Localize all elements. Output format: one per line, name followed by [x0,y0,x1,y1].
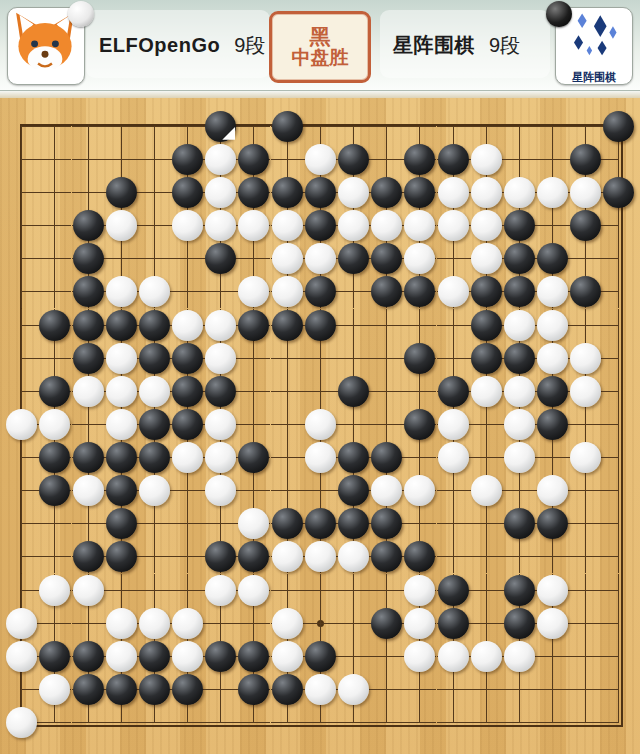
board-cell[interactable] [171,474,204,507]
board-cell[interactable] [437,607,470,640]
board-cell[interactable] [602,375,635,408]
board-cell[interactable] [72,673,105,706]
board-cell[interactable] [569,507,602,540]
board-cell[interactable] [5,176,38,209]
board-cell[interactable] [470,242,503,275]
board-cell[interactable] [602,342,635,375]
board-cell[interactable] [304,540,337,573]
board-cell[interactable] [38,607,71,640]
board-cell[interactable] [403,176,436,209]
board-cell[interactable] [536,242,569,275]
board-cell[interactable] [304,673,337,706]
board-cell[interactable] [337,540,370,573]
board-cell[interactable] [337,242,370,275]
board-cell[interactable] [403,673,436,706]
board-cell[interactable] [536,209,569,242]
board-cell[interactable] [569,110,602,143]
board-cell[interactable] [403,607,436,640]
board-cell[interactable] [569,275,602,308]
board-cell[interactable] [503,607,536,640]
board-cell[interactable] [105,375,138,408]
board-cell[interactable] [503,408,536,441]
board-cell[interactable] [5,143,38,176]
board-cell[interactable] [470,408,503,441]
board-cell[interactable] [38,375,71,408]
board-cell[interactable] [569,375,602,408]
board-cell[interactable] [171,176,204,209]
board-cell[interactable] [304,607,337,640]
board-cell[interactable] [569,540,602,573]
board-cell[interactable] [403,408,436,441]
board-cell[interactable] [72,342,105,375]
board-cell[interactable] [470,275,503,308]
board-cell[interactable] [304,176,337,209]
board-cell[interactable] [470,110,503,143]
board-cell[interactable] [536,540,569,573]
board-cell[interactable] [569,474,602,507]
board-cell[interactable] [403,441,436,474]
board-cell[interactable] [569,706,602,739]
board-cell[interactable] [5,375,38,408]
board-cell[interactable] [602,706,635,739]
board-cell[interactable] [105,209,138,242]
board-cell[interactable] [171,209,204,242]
board-cell[interactable] [105,540,138,573]
board-cell[interactable] [237,574,270,607]
board-cell[interactable] [72,209,105,242]
board-cell[interactable] [72,242,105,275]
board-cell[interactable] [105,574,138,607]
board-cell[interactable] [470,574,503,607]
board-cell[interactable] [38,143,71,176]
board-cell[interactable] [370,342,403,375]
board-cell[interactable] [5,441,38,474]
board-cell[interactable] [602,143,635,176]
board-cell[interactable] [72,640,105,673]
board-cell[interactable] [237,242,270,275]
board-cell[interactable] [304,574,337,607]
board-cell[interactable] [271,342,304,375]
board-cell[interactable] [403,474,436,507]
board-cell[interactable] [271,275,304,308]
board-cell[interactable] [204,540,237,573]
board-cell[interactable] [503,706,536,739]
board-cell[interactable] [536,607,569,640]
board-cell[interactable] [5,574,38,607]
board-cell[interactable] [72,441,105,474]
board-cell[interactable] [237,309,270,342]
board-cell[interactable] [304,143,337,176]
board-cell[interactable] [271,507,304,540]
board-cell[interactable] [337,209,370,242]
board-cell[interactable] [536,342,569,375]
board-cell[interactable] [138,673,171,706]
board-cell[interactable] [403,342,436,375]
board-cell[interactable] [503,540,536,573]
board-cell[interactable] [370,242,403,275]
board-cell[interactable] [171,441,204,474]
board-cell[interactable] [72,408,105,441]
board-cell[interactable] [5,673,38,706]
board-cell[interactable] [602,408,635,441]
board-cell[interactable] [237,706,270,739]
board-cell[interactable] [5,474,38,507]
board-cell[interactable] [503,375,536,408]
board-cell[interactable] [105,110,138,143]
board-cell[interactable] [38,408,71,441]
board-cell[interactable] [602,540,635,573]
board-cell[interactable] [370,607,403,640]
board-cell[interactable] [602,474,635,507]
board-cell[interactable] [271,209,304,242]
board-cell[interactable] [536,574,569,607]
board-cell[interactable] [138,309,171,342]
board-cell[interactable] [204,110,237,143]
board-cell[interactable] [337,441,370,474]
board-cell[interactable] [569,242,602,275]
board-cell[interactable] [602,640,635,673]
board-cell[interactable] [370,176,403,209]
board-cell[interactable] [138,607,171,640]
board-cell[interactable] [569,673,602,706]
board-cell[interactable] [536,110,569,143]
board-cell[interactable] [370,375,403,408]
board-cell[interactable] [5,640,38,673]
board-cell[interactable] [470,441,503,474]
board-cell[interactable] [337,474,370,507]
board-cell[interactable] [304,375,337,408]
board-cell[interactable] [72,540,105,573]
board-cell[interactable] [437,176,470,209]
board-cell[interactable] [503,110,536,143]
board-cell[interactable] [536,408,569,441]
board-cell[interactable] [105,242,138,275]
board-cell[interactable] [403,507,436,540]
board-cell[interactable] [204,242,237,275]
board-cell[interactable] [304,474,337,507]
board-cell[interactable] [337,176,370,209]
board-cell[interactable] [171,706,204,739]
board-cell[interactable] [105,607,138,640]
board-cell[interactable] [138,706,171,739]
board-cell[interactable] [38,540,71,573]
board-cell[interactable] [403,242,436,275]
board-cell[interactable] [171,673,204,706]
board-cell[interactable] [470,143,503,176]
board-cell[interactable] [5,408,38,441]
board-cell[interactable] [105,309,138,342]
board-cell[interactable] [403,706,436,739]
board-cell[interactable] [337,143,370,176]
board-cell[interactable] [304,242,337,275]
board-cell[interactable] [138,441,171,474]
board-cell[interactable] [204,275,237,308]
board-cell[interactable] [602,176,635,209]
board-cell[interactable] [569,309,602,342]
board-cell[interactable] [470,706,503,739]
board-cell[interactable] [72,474,105,507]
board-cell[interactable] [304,309,337,342]
board-cell[interactable] [271,110,304,143]
board-cell[interactable] [437,507,470,540]
board-cell[interactable] [171,375,204,408]
board-cell[interactable] [337,375,370,408]
board-cell[interactable] [503,209,536,242]
board-cell[interactable] [470,540,503,573]
board-cell[interactable] [304,275,337,308]
board-cell[interactable] [271,540,304,573]
board-cell[interactable] [536,673,569,706]
board-cell[interactable] [337,309,370,342]
board-cell[interactable] [569,441,602,474]
board-cell[interactable] [370,209,403,242]
board-cell[interactable] [503,574,536,607]
board-cell[interactable] [602,607,635,640]
board-cell[interactable] [503,242,536,275]
board-cell[interactable] [403,209,436,242]
board-cell[interactable] [38,441,71,474]
board-cell[interactable] [503,176,536,209]
board-cell[interactable] [437,242,470,275]
board-cell[interactable] [204,640,237,673]
board-cell[interactable] [105,441,138,474]
board-cell[interactable] [271,474,304,507]
board-cell[interactable] [437,706,470,739]
board-cell[interactable] [38,176,71,209]
board-cell[interactable] [470,309,503,342]
board-cell[interactable] [337,408,370,441]
board-cell[interactable] [536,143,569,176]
board-cell[interactable] [72,176,105,209]
board-cell[interactable] [602,441,635,474]
board-cell[interactable] [237,176,270,209]
board-cell[interactable] [370,540,403,573]
board-cell[interactable] [470,342,503,375]
board-cell[interactable] [171,408,204,441]
board-cell[interactable] [171,309,204,342]
board-cell[interactable] [271,607,304,640]
board-cell[interactable] [536,375,569,408]
board-cell[interactable] [105,143,138,176]
board-cell[interactable] [403,110,436,143]
board-cell[interactable] [72,706,105,739]
board-cell[interactable] [204,673,237,706]
board-cell[interactable] [5,706,38,739]
board-cell[interactable] [271,673,304,706]
board-cell[interactable] [204,408,237,441]
board-cell[interactable] [38,474,71,507]
board-cell[interactable] [337,507,370,540]
board-cell[interactable] [38,706,71,739]
board-cell[interactable] [470,507,503,540]
board-cell[interactable] [171,110,204,143]
board-cell[interactable] [569,209,602,242]
board-cell[interactable] [437,474,470,507]
board-cell[interactable] [503,507,536,540]
board-cell[interactable] [38,309,71,342]
board-cell[interactable] [204,143,237,176]
board-cell[interactable] [536,441,569,474]
board-cell[interactable] [271,574,304,607]
board-cell[interactable] [370,507,403,540]
board-cell[interactable] [237,110,270,143]
board-cell[interactable] [337,342,370,375]
board-cell[interactable] [370,275,403,308]
board-cell[interactable] [72,607,105,640]
board-cell[interactable] [602,574,635,607]
board-cell[interactable] [503,342,536,375]
board-cell[interactable] [370,673,403,706]
board-cell[interactable] [204,176,237,209]
board-cell[interactable] [271,706,304,739]
board-cell[interactable] [72,507,105,540]
board-cell[interactable] [569,640,602,673]
board-cell[interactable] [171,540,204,573]
board-cell[interactable] [503,309,536,342]
board-cell[interactable] [171,242,204,275]
board-cell[interactable] [72,309,105,342]
board-cell[interactable] [204,441,237,474]
board-cell[interactable] [602,673,635,706]
board-cell[interactable] [337,607,370,640]
board-cell[interactable] [337,574,370,607]
board-cell[interactable] [403,640,436,673]
board-cell[interactable] [337,673,370,706]
board-cell[interactable] [204,607,237,640]
board-cell[interactable] [38,209,71,242]
board-cell[interactable] [503,275,536,308]
board-cell[interactable] [370,110,403,143]
board-cell[interactable] [437,441,470,474]
board-cell[interactable] [370,640,403,673]
board-cell[interactable] [470,640,503,673]
board-cell[interactable] [171,143,204,176]
board-cell[interactable] [503,474,536,507]
board-cell[interactable] [237,673,270,706]
board-cell[interactable] [403,143,436,176]
board-cell[interactable] [237,640,270,673]
board-cell[interactable] [105,408,138,441]
board-cell[interactable] [237,209,270,242]
board-cell[interactable] [105,176,138,209]
board-cell[interactable] [437,309,470,342]
board-cell[interactable] [271,375,304,408]
board-cell[interactable] [271,143,304,176]
board-cell[interactable] [337,110,370,143]
board-cell[interactable] [237,143,270,176]
board-cell[interactable] [171,275,204,308]
board-cell[interactable] [38,242,71,275]
board-cell[interactable] [138,143,171,176]
board-cell[interactable] [602,309,635,342]
board-cell[interactable] [437,673,470,706]
board-cell[interactable] [569,408,602,441]
board-cell[interactable] [5,507,38,540]
board-cell[interactable] [105,640,138,673]
board-cell[interactable] [569,176,602,209]
board-cell[interactable] [271,640,304,673]
board-cell[interactable] [38,507,71,540]
board-cell[interactable] [536,474,569,507]
board-cell[interactable] [171,574,204,607]
board-cell[interactable] [437,110,470,143]
board-cell[interactable] [5,342,38,375]
board-cell[interactable] [403,309,436,342]
board-cell[interactable] [204,209,237,242]
board-cell[interactable] [237,507,270,540]
board-cell[interactable] [602,242,635,275]
board-cell[interactable] [337,706,370,739]
board-cell[interactable] [5,110,38,143]
board-cell[interactable] [602,209,635,242]
board-cell[interactable] [403,540,436,573]
board-cell[interactable] [204,474,237,507]
board-cell[interactable] [237,441,270,474]
board-cell[interactable] [569,342,602,375]
board-cell[interactable] [602,110,635,143]
board-cell[interactable] [370,706,403,739]
board-cell[interactable] [204,309,237,342]
board-cell[interactable] [237,275,270,308]
board-cell[interactable] [72,375,105,408]
board-cell[interactable] [5,275,38,308]
board-cell[interactable] [237,408,270,441]
board-cell[interactable] [38,275,71,308]
board-cell[interactable] [138,209,171,242]
board-cell[interactable] [38,342,71,375]
board-cell[interactable] [38,574,71,607]
board-cell[interactable] [536,275,569,308]
board-cell[interactable] [304,441,337,474]
board-cell[interactable] [271,176,304,209]
board-cell[interactable] [138,540,171,573]
board-cell[interactable] [105,275,138,308]
board-cell[interactable] [5,309,38,342]
board-cell[interactable] [337,640,370,673]
board-cell[interactable] [271,441,304,474]
board-cell[interactable] [536,507,569,540]
board-cell[interactable] [304,342,337,375]
board-cell[interactable] [271,309,304,342]
board-cell[interactable] [237,375,270,408]
board-cell[interactable] [138,375,171,408]
board-cell[interactable] [602,507,635,540]
board-cell[interactable] [38,110,71,143]
board-cell[interactable] [271,408,304,441]
board-cell[interactable] [370,441,403,474]
board-cell[interactable] [602,275,635,308]
board-cell[interactable] [138,408,171,441]
board-cell[interactable] [536,706,569,739]
board-cell[interactable] [370,143,403,176]
board-cell[interactable] [403,574,436,607]
board-cell[interactable] [105,673,138,706]
board-cell[interactable] [204,342,237,375]
board-cell[interactable] [437,143,470,176]
board-cell[interactable] [72,275,105,308]
board-cell[interactable] [138,640,171,673]
board-cell[interactable] [138,474,171,507]
board-cell[interactable] [5,242,38,275]
board-cell[interactable] [304,209,337,242]
board-cell[interactable] [536,176,569,209]
board-cell[interactable] [403,375,436,408]
board-cell[interactable] [72,110,105,143]
board-cell[interactable] [536,309,569,342]
board-cell[interactable] [470,209,503,242]
board-cell[interactable] [569,607,602,640]
board-cell[interactable] [105,474,138,507]
